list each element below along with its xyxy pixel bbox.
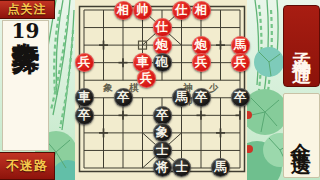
piece-red-c4r2[interactable]: 炮 (153, 36, 172, 55)
follow-ribbon-label: 点关注 (8, 1, 47, 18)
episode-number: 19 (12, 21, 40, 41)
piece-red-c4r1[interactable]: 仕 (153, 18, 172, 37)
xiangqi-thumbnail: 点关注 弃象夺势 19 不迷路 象棋 神少帅 (0, 0, 320, 180)
piece-black-c2r5[interactable]: 卒 (114, 88, 133, 107)
piece-red-c2r0[interactable]: 相 (114, 1, 133, 20)
piece-red-c6r3[interactable]: 兵 (192, 53, 211, 72)
piece-black-c5r9[interactable]: 士 (172, 158, 191, 177)
piece-red-c8r2[interactable]: 馬 (231, 36, 250, 55)
dont-get-lost-label: 不迷路 (6, 157, 48, 175)
title-strip: 弃象夺势 19 (2, 20, 49, 151)
piece-red-c0r3[interactable]: 兵 (75, 53, 94, 72)
piece-black-c0r6[interactable]: 卒 (75, 106, 94, 125)
piece-black-c7r9[interactable]: 馬 (211, 158, 230, 177)
follow-ribbon: 点关注 (0, 0, 55, 19)
piece-black-c4r8[interactable]: 士 (153, 141, 172, 160)
piece-black-c4r6[interactable]: 卒 (153, 106, 172, 125)
piece-black-c4r9[interactable]: 将 (153, 158, 172, 177)
piece-black-c4r7[interactable]: 象 (153, 123, 172, 142)
piece-red-c5r0[interactable]: 仕 (172, 1, 191, 20)
piece-black-c6r5[interactable]: 卒 (192, 88, 211, 107)
piece-black-c8r5[interactable]: 卒 (231, 88, 250, 107)
dont-get-lost-ribbon: 不迷路 (0, 152, 55, 180)
piece-red-c8r3[interactable]: 兵 (231, 53, 250, 72)
piece-black-c0r5[interactable]: 車 (75, 88, 94, 107)
red-player-name: 孟神通 (283, 5, 320, 87)
piece-black-c4r3[interactable]: 砲 (153, 53, 172, 72)
black-player-name: 金世遗 (283, 93, 320, 178)
piece-red-c6r0[interactable]: 相 (192, 1, 211, 20)
piece-red-c3r0[interactable]: 帅 (133, 1, 152, 20)
piece-black-c5r5[interactable]: 馬 (172, 88, 191, 107)
piece-red-c4r4[interactable]: 兵 (137, 69, 156, 88)
piece-red-c6r2[interactable]: 炮 (192, 36, 211, 55)
